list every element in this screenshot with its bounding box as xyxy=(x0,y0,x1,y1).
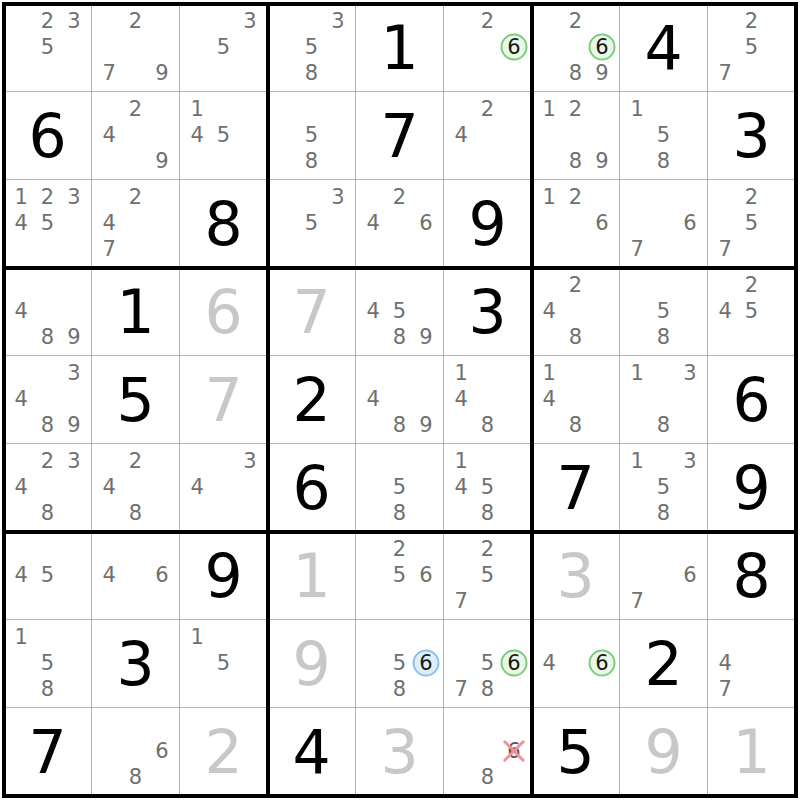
candidate-2[interactable]: 2 xyxy=(34,185,60,211)
cell-r8c3[interactable]: 15 xyxy=(180,620,268,708)
candidate-empty xyxy=(765,299,791,325)
candidate-4[interactable]: 4 xyxy=(8,211,34,237)
candidate-4[interactable]: 4 xyxy=(96,563,122,589)
candidate-7[interactable]: 7 xyxy=(448,588,474,614)
cell-r9c1[interactable]: 7 xyxy=(4,708,92,796)
candidate-4[interactable]: 4 xyxy=(8,387,34,413)
cell-r5c6[interactable]: 148 xyxy=(444,356,532,444)
cell-r4c9[interactable]: 245 xyxy=(708,268,796,356)
cell-r8c4[interactable]: 9 xyxy=(268,620,356,708)
cell-r2c1[interactable]: 6 xyxy=(4,92,92,180)
cell-r4c2[interactable]: 1 xyxy=(92,268,180,356)
cell-r4c5[interactable]: 4589 xyxy=(356,268,444,356)
candidate-2[interactable]: 2 xyxy=(474,537,500,563)
cell-r9c2[interactable]: 68 xyxy=(92,708,180,796)
cell-r6c4[interactable]: 6 xyxy=(268,444,356,532)
candidate-empty xyxy=(650,185,676,211)
candidate-grid: 35 xyxy=(268,180,355,267)
cell-r8c9[interactable]: 47 xyxy=(708,620,796,708)
candidate-grid: 257 xyxy=(708,4,795,91)
candidate-5[interactable]: 5 xyxy=(650,123,676,149)
cell-r6c8[interactable]: 1358 xyxy=(620,444,708,532)
cell-r8c1[interactable]: 158 xyxy=(4,620,92,708)
candidate-empty xyxy=(536,412,562,438)
cell-r9c6[interactable]: 68 xyxy=(444,708,532,796)
cell-r9c7[interactable]: 5 xyxy=(532,708,620,796)
cell-r7c6[interactable]: 257 xyxy=(444,532,532,620)
candidate-9[interactable]: 9 xyxy=(413,324,439,350)
cell-r8c2[interactable]: 3 xyxy=(92,620,180,708)
candidate-6[interactable]: 6 xyxy=(413,211,439,237)
candidate-empty xyxy=(34,537,60,563)
candidate-empty xyxy=(501,537,527,563)
candidate-empty xyxy=(149,211,175,237)
candidate-empty xyxy=(8,676,34,702)
candidate-4[interactable]: 4 xyxy=(96,123,122,149)
candidate-6[interactable]: 6 xyxy=(149,563,175,589)
cell-r3c5[interactable]: 246 xyxy=(356,180,444,268)
cell-r5c3[interactable]: 7 xyxy=(180,356,268,444)
candidate-4[interactable]: 4 xyxy=(8,475,34,501)
candidate-8[interactable]: 8 xyxy=(562,324,588,350)
cell-value-black: 7 xyxy=(28,722,66,782)
candidate-7[interactable]: 7 xyxy=(448,676,474,702)
candidate-empty xyxy=(765,324,791,350)
cell-r3c6[interactable]: 9 xyxy=(444,180,532,268)
candidate-8[interactable]: 8 xyxy=(122,500,148,526)
cell-value-gray: 1 xyxy=(732,722,770,782)
candidate-4[interactable]: 4 xyxy=(536,387,562,413)
cell-value-black: 8 xyxy=(732,546,770,606)
candidate-empty xyxy=(562,625,588,651)
candidate-6-circle-green[interactable]: 6 xyxy=(501,651,527,677)
candidate-2[interactable]: 2 xyxy=(34,9,60,35)
candidate-8[interactable]: 8 xyxy=(474,764,500,790)
candidate-5[interactable]: 5 xyxy=(474,475,500,501)
candidate-8[interactable]: 8 xyxy=(650,412,676,438)
cell-r6c7[interactable]: 7 xyxy=(532,444,620,532)
candidate-8[interactable]: 8 xyxy=(34,676,60,702)
candidate-empty xyxy=(448,537,474,563)
candidate-grid: 158 xyxy=(4,620,91,707)
candidate-1[interactable]: 1 xyxy=(536,185,562,211)
candidate-9[interactable]: 9 xyxy=(589,60,615,86)
candidate-6-cross-red[interactable]: 6 xyxy=(501,739,527,765)
candidate-2[interactable]: 2 xyxy=(122,97,148,123)
candidate-empty xyxy=(413,299,439,325)
candidate-grid: 235 xyxy=(4,4,91,91)
candidate-5[interactable]: 5 xyxy=(474,563,500,589)
candidate-empty xyxy=(8,361,34,387)
candidate-empty xyxy=(589,676,615,702)
candidate-3[interactable]: 3 xyxy=(677,449,703,475)
candidate-empty xyxy=(237,123,263,149)
candidate-4[interactable]: 4 xyxy=(8,563,34,589)
candidate-5[interactable]: 5 xyxy=(738,211,764,237)
candidate-empty xyxy=(677,148,703,174)
cell-r7c1[interactable]: 45 xyxy=(4,532,92,620)
cell-r3c3[interactable]: 8 xyxy=(180,180,268,268)
cell-r3c7[interactable]: 126 xyxy=(532,180,620,268)
candidate-8[interactable]: 8 xyxy=(298,148,324,174)
candidate-6-circle-blue[interactable]: 6 xyxy=(413,651,439,677)
cell-value-black: 7 xyxy=(380,106,418,166)
candidate-empty xyxy=(386,449,412,475)
candidate-8[interactable]: 8 xyxy=(474,676,500,702)
cell-r1c9[interactable]: 257 xyxy=(708,4,796,92)
candidate-empty xyxy=(61,211,87,237)
cell-r3c4[interactable]: 35 xyxy=(268,180,356,268)
candidate-empty xyxy=(386,211,412,237)
cell-r5c7[interactable]: 148 xyxy=(532,356,620,444)
candidate-2[interactable]: 2 xyxy=(122,449,148,475)
candidate-8[interactable]: 8 xyxy=(650,324,676,350)
candidate-5[interactable]: 5 xyxy=(386,563,412,589)
candidate-4[interactable]: 4 xyxy=(448,123,474,149)
candidate-2[interactable]: 2 xyxy=(34,449,60,475)
candidate-grid: 489 xyxy=(356,356,443,443)
candidate-4[interactable]: 4 xyxy=(712,651,738,677)
candidate-empty xyxy=(474,123,500,149)
candidate-6-circle-green[interactable]: 6 xyxy=(501,35,527,61)
cell-r5c9[interactable]: 6 xyxy=(708,356,796,444)
cell-r5c2[interactable]: 5 xyxy=(92,356,180,444)
candidate-1[interactable]: 1 xyxy=(536,97,562,123)
candidate-grid: 247 xyxy=(92,180,179,267)
candidate-8[interactable]: 8 xyxy=(34,324,60,350)
candidate-1[interactable]: 1 xyxy=(448,449,474,475)
candidate-5[interactable]: 5 xyxy=(474,651,500,677)
cell-r9c5[interactable]: 3 xyxy=(356,708,444,796)
candidate-2[interactable]: 2 xyxy=(738,273,764,299)
candidate-5[interactable]: 5 xyxy=(738,35,764,61)
candidate-empty xyxy=(501,676,527,702)
candidate-4[interactable]: 4 xyxy=(712,299,738,325)
cell-r2c4[interactable]: 58 xyxy=(268,92,356,180)
candidate-empty xyxy=(501,361,527,387)
candidate-8[interactable]: 8 xyxy=(34,500,60,526)
candidate-empty xyxy=(650,211,676,237)
candidate-empty xyxy=(386,273,412,299)
cell-r9c4[interactable]: 4 xyxy=(268,708,356,796)
candidate-empty xyxy=(536,273,562,299)
candidate-6[interactable]: 6 xyxy=(413,563,439,589)
candidate-empty xyxy=(624,475,650,501)
cell-r3c1[interactable]: 12345 xyxy=(4,180,92,268)
candidate-empty xyxy=(536,211,562,237)
candidate-5[interactable]: 5 xyxy=(210,35,236,61)
cell-r1c7[interactable]: 2689 xyxy=(532,4,620,92)
candidate-3[interactable]: 3 xyxy=(325,185,351,211)
cell-r1c6[interactable]: 26 xyxy=(444,4,532,92)
candidate-3[interactable]: 3 xyxy=(61,185,87,211)
candidate-5[interactable]: 5 xyxy=(298,211,324,237)
cell-r7c9[interactable]: 8 xyxy=(708,532,796,620)
candidate-empty xyxy=(237,500,263,526)
cell-value-black: 1 xyxy=(116,282,154,342)
cell-r4c4[interactable]: 7 xyxy=(268,268,356,356)
candidate-5[interactable]: 5 xyxy=(738,299,764,325)
candidate-8[interactable]: 8 xyxy=(562,148,588,174)
candidate-6[interactable]: 6 xyxy=(149,739,175,765)
candidate-8[interactable]: 8 xyxy=(562,412,588,438)
candidate-8[interactable]: 8 xyxy=(386,500,412,526)
candidate-empty xyxy=(712,9,738,35)
cell-r1c8[interactable]: 4 xyxy=(620,4,708,92)
candidate-grid: 256 xyxy=(356,532,443,619)
candidate-grid: 15 xyxy=(180,620,267,707)
cell-r2c8[interactable]: 158 xyxy=(620,92,708,180)
candidate-1[interactable]: 1 xyxy=(8,625,34,651)
cell-r5c4[interactable]: 2 xyxy=(268,356,356,444)
candidate-empty xyxy=(272,35,298,61)
cell-value-gray: 2 xyxy=(204,722,242,782)
candidate-2[interactable]: 2 xyxy=(386,537,412,563)
candidate-4[interactable]: 4 xyxy=(448,475,474,501)
candidate-5[interactable]: 5 xyxy=(34,211,60,237)
candidate-1[interactable]: 1 xyxy=(448,361,474,387)
cell-r1c4[interactable]: 358 xyxy=(268,4,356,92)
candidate-3[interactable]: 3 xyxy=(237,9,263,35)
candidate-empty xyxy=(149,35,175,61)
candidate-2[interactable]: 2 xyxy=(738,185,764,211)
candidate-8[interactable]: 8 xyxy=(34,412,60,438)
candidate-8[interactable]: 8 xyxy=(474,412,500,438)
cell-r3c2[interactable]: 247 xyxy=(92,180,180,268)
candidate-1[interactable]: 1 xyxy=(8,185,34,211)
candidate-2[interactable]: 2 xyxy=(386,185,412,211)
candidate-4[interactable]: 4 xyxy=(8,299,34,325)
candidate-empty xyxy=(738,625,764,651)
candidate-1[interactable]: 1 xyxy=(184,97,210,123)
cell-r4c7[interactable]: 248 xyxy=(532,268,620,356)
candidate-empty xyxy=(712,35,738,61)
candidate-6[interactable]: 6 xyxy=(677,211,703,237)
candidate-2[interactable]: 2 xyxy=(562,185,588,211)
candidate-9[interactable]: 9 xyxy=(589,148,615,174)
cell-r4c6[interactable]: 3 xyxy=(444,268,532,356)
candidate-8[interactable]: 8 xyxy=(122,764,148,790)
cell-r6c3[interactable]: 34 xyxy=(180,444,268,532)
candidate-6-circle-green[interactable]: 6 xyxy=(589,651,615,677)
cell-r2c5[interactable]: 7 xyxy=(356,92,444,180)
candidate-empty xyxy=(210,97,236,123)
cell-r1c5[interactable]: 1 xyxy=(356,4,444,92)
cell-r6c5[interactable]: 58 xyxy=(356,444,444,532)
box-border-vertical-4 xyxy=(794,2,798,798)
cell-r2c7[interactable]: 1289 xyxy=(532,92,620,180)
box-border-horizontal-2 xyxy=(2,266,798,270)
candidate-5[interactable]: 5 xyxy=(210,651,236,677)
candidate-5[interactable]: 5 xyxy=(386,299,412,325)
candidate-5[interactable]: 5 xyxy=(386,651,412,677)
cell-r8c7[interactable]: 46 xyxy=(532,620,620,708)
candidate-7[interactable]: 7 xyxy=(624,588,650,614)
candidate-empty xyxy=(501,563,527,589)
candidate-empty xyxy=(237,97,263,123)
candidate-9[interactable]: 9 xyxy=(413,412,439,438)
candidate-1[interactable]: 1 xyxy=(184,625,210,651)
cell-r6c1[interactable]: 2348 xyxy=(4,444,92,532)
candidate-5[interactable]: 5 xyxy=(34,651,60,677)
cell-r7c8[interactable]: 67 xyxy=(620,532,708,620)
cell-r1c3[interactable]: 35 xyxy=(180,4,268,92)
cell-r2c9[interactable]: 3 xyxy=(708,92,796,180)
candidate-empty xyxy=(765,236,791,262)
candidate-8[interactable]: 8 xyxy=(386,412,412,438)
candidate-9[interactable]: 9 xyxy=(149,60,175,86)
cell-r6c9[interactable]: 9 xyxy=(708,444,796,532)
cell-r8c5[interactable]: 568 xyxy=(356,620,444,708)
cell-r8c8[interactable]: 2 xyxy=(620,620,708,708)
candidate-3[interactable]: 3 xyxy=(61,449,87,475)
candidate-8[interactable]: 8 xyxy=(386,676,412,702)
candidate-4[interactable]: 4 xyxy=(360,299,386,325)
cell-r1c1[interactable]: 235 xyxy=(4,4,92,92)
candidate-5[interactable]: 5 xyxy=(298,35,324,61)
candidate-empty xyxy=(650,537,676,563)
candidate-5[interactable]: 5 xyxy=(650,475,676,501)
candidate-grid: 1358 xyxy=(620,444,707,531)
candidate-1[interactable]: 1 xyxy=(624,361,650,387)
cell-r8c6[interactable]: 5678 xyxy=(444,620,532,708)
cell-r6c6[interactable]: 1458 xyxy=(444,444,532,532)
candidate-2[interactable]: 2 xyxy=(562,9,588,35)
candidate-7[interactable]: 7 xyxy=(624,236,650,262)
candidate-empty xyxy=(624,387,650,413)
candidate-5[interactable]: 5 xyxy=(210,123,236,149)
candidate-empty xyxy=(122,739,148,765)
candidate-8[interactable]: 8 xyxy=(474,500,500,526)
candidate-5[interactable]: 5 xyxy=(386,475,412,501)
candidate-empty xyxy=(650,387,676,413)
cell-r7c5[interactable]: 256 xyxy=(356,532,444,620)
candidate-9[interactable]: 9 xyxy=(149,148,175,174)
candidate-2[interactable]: 2 xyxy=(562,273,588,299)
candidate-empty xyxy=(589,9,615,35)
candidate-4[interactable]: 4 xyxy=(536,299,562,325)
candidate-8[interactable]: 8 xyxy=(650,148,676,174)
candidate-empty xyxy=(765,211,791,237)
candidate-8[interactable]: 8 xyxy=(386,324,412,350)
candidate-7[interactable]: 7 xyxy=(712,676,738,702)
candidate-7[interactable]: 7 xyxy=(96,236,122,262)
cell-value-black: 7 xyxy=(556,458,594,518)
cell-r5c5[interactable]: 489 xyxy=(356,356,444,444)
candidate-4[interactable]: 4 xyxy=(184,123,210,149)
candidate-8[interactable]: 8 xyxy=(562,60,588,86)
candidate-5[interactable]: 5 xyxy=(34,35,60,61)
candidate-1[interactable]: 1 xyxy=(624,97,650,123)
candidate-8[interactable]: 8 xyxy=(298,60,324,86)
candidate-4[interactable]: 4 xyxy=(536,651,562,677)
candidate-empty xyxy=(360,537,386,563)
candidate-empty xyxy=(712,273,738,299)
candidate-2[interactable]: 2 xyxy=(738,9,764,35)
candidate-empty xyxy=(386,387,412,413)
candidate-4[interactable]: 4 xyxy=(448,387,474,413)
candidate-4[interactable]: 4 xyxy=(360,387,386,413)
box-border-vertical-1 xyxy=(2,2,6,798)
cell-r2c6[interactable]: 24 xyxy=(444,92,532,180)
candidate-3[interactable]: 3 xyxy=(61,361,87,387)
candidate-7[interactable]: 7 xyxy=(712,236,738,262)
candidate-empty xyxy=(272,236,298,262)
candidate-4[interactable]: 4 xyxy=(360,211,386,237)
candidate-empty xyxy=(765,60,791,86)
candidate-empty xyxy=(298,185,324,211)
cell-r9c9[interactable]: 1 xyxy=(708,708,796,796)
candidate-5[interactable]: 5 xyxy=(34,563,60,589)
cell-r3c9[interactable]: 257 xyxy=(708,180,796,268)
candidate-9[interactable]: 9 xyxy=(61,324,87,350)
candidate-empty xyxy=(149,475,175,501)
cell-r4c1[interactable]: 489 xyxy=(4,268,92,356)
candidate-3[interactable]: 3 xyxy=(325,9,351,35)
candidate-empty xyxy=(677,387,703,413)
candidate-empty xyxy=(562,123,588,149)
candidate-4[interactable]: 4 xyxy=(96,475,122,501)
candidate-3[interactable]: 3 xyxy=(677,361,703,387)
cell-r9c3[interactable]: 2 xyxy=(180,708,268,796)
candidate-5[interactable]: 5 xyxy=(650,299,676,325)
cell-r7c7[interactable]: 3 xyxy=(532,532,620,620)
candidate-4[interactable]: 4 xyxy=(96,211,122,237)
candidate-empty xyxy=(413,236,439,262)
candidate-3[interactable]: 3 xyxy=(237,449,263,475)
cell-r7c2[interactable]: 46 xyxy=(92,532,180,620)
candidate-empty xyxy=(677,475,703,501)
cell-r5c8[interactable]: 138 xyxy=(620,356,708,444)
candidate-1[interactable]: 1 xyxy=(624,449,650,475)
candidate-1[interactable]: 1 xyxy=(536,361,562,387)
candidate-6[interactable]: 6 xyxy=(589,211,615,237)
candidate-2[interactable]: 2 xyxy=(474,97,500,123)
candidate-2[interactable]: 2 xyxy=(122,185,148,211)
cell-value-black: 4 xyxy=(644,18,682,78)
candidate-2[interactable]: 2 xyxy=(122,9,148,35)
cell-r2c2[interactable]: 249 xyxy=(92,92,180,180)
candidate-9[interactable]: 9 xyxy=(61,412,87,438)
cell-r7c3[interactable]: 9 xyxy=(180,532,268,620)
candidate-empty xyxy=(8,500,34,526)
candidate-empty xyxy=(765,625,791,651)
candidate-4[interactable]: 4 xyxy=(184,475,210,501)
cell-r4c8[interactable]: 58 xyxy=(620,268,708,356)
candidate-6-circle-green[interactable]: 6 xyxy=(589,35,615,61)
cell-r4c3[interactable]: 6 xyxy=(180,268,268,356)
candidate-2[interactable]: 2 xyxy=(562,97,588,123)
candidate-empty xyxy=(589,97,615,123)
cell-r2c3[interactable]: 145 xyxy=(180,92,268,180)
cell-r1c2[interactable]: 279 xyxy=(92,4,180,92)
candidate-6[interactable]: 6 xyxy=(677,563,703,589)
candidate-3[interactable]: 3 xyxy=(61,9,87,35)
cell-r6c2[interactable]: 248 xyxy=(92,444,180,532)
candidate-8[interactable]: 8 xyxy=(650,500,676,526)
cell-r5c1[interactable]: 3489 xyxy=(4,356,92,444)
cell-r9c8[interactable]: 9 xyxy=(620,708,708,796)
candidate-7[interactable]: 7 xyxy=(712,60,738,86)
candidate-empty xyxy=(61,35,87,61)
candidate-7[interactable]: 7 xyxy=(96,60,122,86)
cell-r7c4[interactable]: 1 xyxy=(268,532,356,620)
candidate-5[interactable]: 5 xyxy=(298,123,324,149)
cell-value-black: 9 xyxy=(204,546,242,606)
cell-r3c8[interactable]: 67 xyxy=(620,180,708,268)
candidate-2[interactable]: 2 xyxy=(474,9,500,35)
candidate-empty xyxy=(562,651,588,677)
